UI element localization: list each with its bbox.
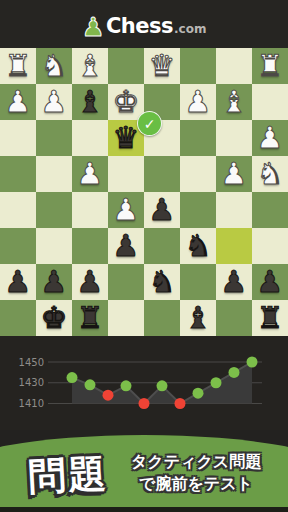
piece-white-pawn[interactable]: ♟: [0, 84, 36, 120]
square-b1[interactable]: [216, 48, 252, 84]
square-g2[interactable]: ♟: [36, 84, 72, 120]
square-h5[interactable]: [0, 192, 36, 228]
square-g6[interactable]: [36, 228, 72, 264]
square-g8[interactable]: ♚: [36, 300, 72, 336]
square-b6[interactable]: [216, 228, 252, 264]
y-tick-label: 1410: [19, 398, 44, 409]
square-g4[interactable]: [36, 156, 72, 192]
square-d8[interactable]: [144, 300, 180, 336]
banner-headline: 問題: [27, 448, 110, 503]
piece-white-knight[interactable]: ♞: [252, 156, 288, 192]
square-g5[interactable]: [36, 192, 72, 228]
square-f2[interactable]: ♝: [72, 84, 108, 120]
square-e6[interactable]: ♟: [108, 228, 144, 264]
piece-black-pawn[interactable]: ♟: [252, 264, 288, 300]
square-b7[interactable]: ♟: [216, 264, 252, 300]
banner-bottom-strip: [0, 507, 288, 512]
square-c1[interactable]: [180, 48, 216, 84]
square-c6[interactable]: ♞: [180, 228, 216, 264]
rating-point-win: [121, 380, 132, 391]
square-c5[interactable]: [180, 192, 216, 228]
square-a8[interactable]: ♜: [252, 300, 288, 336]
piece-white-bishop[interactable]: ♝: [72, 48, 108, 84]
square-c8[interactable]: ♝: [180, 300, 216, 336]
square-d1[interactable]: ♛: [144, 48, 180, 84]
square-h4[interactable]: [0, 156, 36, 192]
piece-black-pawn[interactable]: ♟: [0, 264, 36, 300]
piece-white-pawn[interactable]: ♟: [216, 156, 252, 192]
square-e5[interactable]: ♟: [108, 192, 144, 228]
square-a6[interactable]: [252, 228, 288, 264]
rating-point-win: [67, 372, 78, 383]
square-a1[interactable]: ♜: [252, 48, 288, 84]
piece-white-pawn[interactable]: ♟: [36, 84, 72, 120]
square-f7[interactable]: ♟: [72, 264, 108, 300]
square-h1[interactable]: ♜: [0, 48, 36, 84]
piece-black-knight[interactable]: ♞: [180, 228, 216, 264]
rating-point-loss: [139, 398, 150, 409]
brand-tld: .com: [174, 22, 206, 36]
square-d5[interactable]: ♟: [144, 192, 180, 228]
rating-chart: 145014301410: [0, 336, 288, 430]
rating-point-loss: [103, 390, 114, 401]
rating-chart-panel: 145014301410: [0, 336, 288, 430]
square-c2[interactable]: ♟: [180, 84, 216, 120]
brand-name: Chess: [106, 14, 173, 38]
square-a7[interactable]: ♟: [252, 264, 288, 300]
rating-point-win: [211, 377, 222, 388]
square-b5[interactable]: [216, 192, 252, 228]
piece-black-bishop[interactable]: ♝: [72, 84, 108, 120]
square-c7[interactable]: [180, 264, 216, 300]
y-tick-label: 1430: [19, 377, 44, 388]
rating-point-win: [247, 357, 258, 368]
piece-white-rook[interactable]: ♜: [0, 48, 36, 84]
square-f1[interactable]: ♝: [72, 48, 108, 84]
square-d7[interactable]: ♞: [144, 264, 180, 300]
square-a4[interactable]: ♞: [252, 156, 288, 192]
square-f3[interactable]: [72, 120, 108, 156]
piece-black-bishop[interactable]: ♝: [180, 300, 216, 336]
piece-white-bishop[interactable]: ♝: [216, 84, 252, 120]
square-f6[interactable]: [72, 228, 108, 264]
square-e7[interactable]: [108, 264, 144, 300]
piece-black-king[interactable]: ♚: [36, 300, 72, 336]
banner-tagline-line1: タクティクス問題: [116, 451, 276, 473]
square-h2[interactable]: ♟: [0, 84, 36, 120]
rating-point-win: [193, 388, 204, 399]
square-d4[interactable]: [144, 156, 180, 192]
rating-point-win: [85, 379, 96, 390]
piece-black-pawn[interactable]: ♟: [36, 264, 72, 300]
piece-black-knight[interactable]: ♞: [144, 264, 180, 300]
banner-tagline-line2: で腕前をテスト: [116, 473, 276, 495]
square-g3[interactable]: [36, 120, 72, 156]
square-h3[interactable]: [0, 120, 36, 156]
square-h7[interactable]: ♟: [0, 264, 36, 300]
square-h8[interactable]: [0, 300, 36, 336]
square-b4[interactable]: ♟: [216, 156, 252, 192]
y-tick-label: 1450: [19, 357, 44, 368]
piece-black-rook[interactable]: ♜: [72, 300, 108, 336]
app-screen: ♟ Chess .com ✓ ♜♞♝♛♜♟♟♝♚♟♝♛♟♟♟♞♟♟♟♞♟♟♟♞♟…: [0, 0, 288, 512]
piece-white-pawn[interactable]: ♟: [72, 156, 108, 192]
chess-board[interactable]: ✓ ♜♞♝♛♜♟♟♝♚♟♝♛♟♟♟♞♟♟♟♞♟♟♟♞♟♟♚♜♝♜: [0, 48, 288, 336]
square-b3[interactable]: [216, 120, 252, 156]
square-f5[interactable]: [72, 192, 108, 228]
square-c3[interactable]: [180, 120, 216, 156]
pawn-logo-icon: ♟: [82, 14, 105, 40]
square-e2[interactable]: ♚: [108, 84, 144, 120]
correct-move-badge: ✓: [137, 111, 162, 136]
puzzles-banner: 問題 タクティクス問題 で腕前をテスト: [0, 430, 288, 512]
square-g7[interactable]: ♟: [36, 264, 72, 300]
square-e1[interactable]: [108, 48, 144, 84]
piece-white-pawn[interactable]: ♟: [108, 192, 144, 228]
piece-black-rook[interactable]: ♜: [252, 300, 288, 336]
piece-black-pawn[interactable]: ♟: [72, 264, 108, 300]
top-bar: ♟ Chess .com: [0, 0, 288, 48]
piece-white-king[interactable]: ♚: [108, 84, 144, 120]
piece-black-pawn[interactable]: ♟: [216, 264, 252, 300]
rating-point-win: [157, 380, 168, 391]
square-c4[interactable]: [180, 156, 216, 192]
piece-white-rook[interactable]: ♜: [252, 48, 288, 84]
square-a2[interactable]: [252, 84, 288, 120]
square-f4[interactable]: ♟: [72, 156, 108, 192]
square-h6[interactable]: [0, 228, 36, 264]
piece-white-pawn[interactable]: ♟: [180, 84, 216, 120]
chesscom-logo: ♟ Chess .com: [82, 11, 207, 38]
square-a5[interactable]: [252, 192, 288, 228]
piece-black-pawn[interactable]: ♟: [144, 192, 180, 228]
square-e4[interactable]: [108, 156, 144, 192]
piece-white-queen[interactable]: ♛: [144, 48, 180, 84]
rating-point-win: [229, 367, 240, 378]
square-f8[interactable]: ♜: [72, 300, 108, 336]
piece-white-knight[interactable]: ♞: [36, 48, 72, 84]
piece-black-pawn[interactable]: ♟: [108, 228, 144, 264]
square-g1[interactable]: ♞: [36, 48, 72, 84]
square-b2[interactable]: ♝: [216, 84, 252, 120]
banner-tagline: タクティクス問題 で腕前をテスト: [116, 451, 276, 495]
square-b8[interactable]: [216, 300, 252, 336]
piece-white-pawn[interactable]: ♟: [252, 120, 288, 156]
square-d6[interactable]: [144, 228, 180, 264]
square-e8[interactable]: [108, 300, 144, 336]
square-a3[interactable]: ♟: [252, 120, 288, 156]
checkmark-icon: ✓: [144, 117, 156, 131]
rating-point-loss: [175, 398, 186, 409]
